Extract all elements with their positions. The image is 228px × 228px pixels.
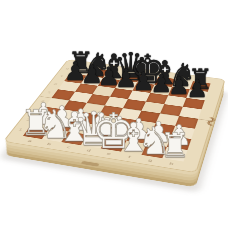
scene: abcdefgh 87654321	[0, 0, 228, 228]
chess-box: abcdefgh 87654321	[3, 59, 226, 173]
product-photo-canvas: abcdefgh 87654321 ♜♞♝♛♚♝♞♜♟♟♟♟♟♟♟♟♟♟♟♟♟♟…	[0, 0, 228, 228]
